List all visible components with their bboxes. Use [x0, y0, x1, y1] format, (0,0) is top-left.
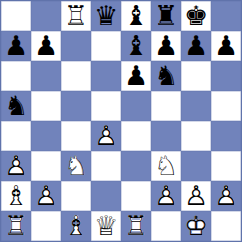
square-c3[interactable]: ♞♘: [61, 151, 91, 181]
square-c4[interactable]: [61, 121, 91, 151]
black-bishop[interactable]: ♝: [121, 31, 151, 61]
square-e4[interactable]: [121, 121, 151, 151]
square-d8[interactable]: ♛: [91, 1, 121, 31]
square-g7[interactable]: ♟: [181, 31, 211, 61]
square-d1[interactable]: ♛♕: [91, 211, 121, 241]
square-h8[interactable]: [211, 1, 241, 31]
square-f4[interactable]: [151, 121, 181, 151]
black-knight[interactable]: ♞: [151, 61, 181, 91]
square-c7[interactable]: [61, 31, 91, 61]
chess-board: ♜♖♛♝♜♚♟♟♝♟♟♟♟♞♞♟♙♟♙♞♘♞♘♝♗♟♙♟♙♟♙♟♙♜♖♝♗♛♕♜…: [0, 0, 242, 242]
white-bishop[interactable]: ♝♗: [61, 211, 91, 241]
square-e1[interactable]: ♜♖: [121, 211, 151, 241]
black-knight-glyph: ♞: [1, 91, 31, 120]
square-b5[interactable]: [31, 91, 61, 121]
white-rook-outline: ♖: [61, 1, 91, 30]
white-bishop-outline: ♗: [61, 211, 91, 240]
white-queen-outline: ♕: [91, 211, 121, 240]
square-a7[interactable]: ♟: [1, 31, 31, 61]
black-pawn[interactable]: ♟: [211, 31, 241, 61]
white-knight[interactable]: ♞♘: [151, 151, 181, 181]
square-f7[interactable]: ♟: [151, 31, 181, 61]
square-c6[interactable]: [61, 61, 91, 91]
white-rook[interactable]: ♜♖: [61, 1, 91, 31]
white-knight[interactable]: ♞♘: [61, 151, 91, 181]
black-pawn-glyph: ♟: [31, 31, 61, 60]
square-c5[interactable]: [61, 91, 91, 121]
square-e2[interactable]: [121, 181, 151, 211]
square-e5[interactable]: [121, 91, 151, 121]
white-pawn-outline: ♙: [151, 181, 181, 210]
square-b2[interactable]: ♟♙: [31, 181, 61, 211]
white-knight-outline: ♘: [61, 151, 91, 180]
square-a8[interactable]: [1, 1, 31, 31]
square-b1[interactable]: [31, 211, 61, 241]
square-a6[interactable]: [1, 61, 31, 91]
square-h4[interactable]: [211, 121, 241, 151]
square-a2[interactable]: ♝♗: [1, 181, 31, 211]
square-d3[interactable]: [91, 151, 121, 181]
square-h2[interactable]: ♟♙: [211, 181, 241, 211]
square-h3[interactable]: [211, 151, 241, 181]
square-h5[interactable]: [211, 91, 241, 121]
white-pawn-outline: ♙: [91, 121, 121, 150]
white-rook-outline: ♖: [1, 211, 31, 240]
square-h6[interactable]: [211, 61, 241, 91]
square-g5[interactable]: [181, 91, 211, 121]
white-pawn[interactable]: ♟♙: [211, 181, 241, 211]
square-h7[interactable]: ♟: [211, 31, 241, 61]
white-pawn[interactable]: ♟♙: [151, 181, 181, 211]
black-king-glyph: ♚: [181, 1, 211, 30]
black-pawn-glyph: ♟: [151, 31, 181, 60]
square-f1[interactable]: [151, 211, 181, 241]
black-bishop-glyph: ♝: [121, 31, 151, 60]
square-g4[interactable]: [181, 121, 211, 151]
square-b3[interactable]: [31, 151, 61, 181]
black-pawn[interactable]: ♟: [181, 31, 211, 61]
square-c8[interactable]: ♜♖: [61, 1, 91, 31]
square-d7[interactable]: [91, 31, 121, 61]
square-g6[interactable]: [181, 61, 211, 91]
white-king-outline: ♔: [181, 211, 211, 240]
black-pawn-glyph: ♟: [121, 61, 151, 90]
square-g2[interactable]: ♟♙: [181, 181, 211, 211]
black-pawn[interactable]: ♟: [121, 61, 151, 91]
black-queen[interactable]: ♛: [91, 1, 121, 31]
square-g3[interactable]: [181, 151, 211, 181]
square-c1[interactable]: ♝♗: [61, 211, 91, 241]
black-knight-glyph: ♞: [151, 61, 181, 90]
white-pawn[interactable]: ♟♙: [1, 151, 31, 181]
black-pawn-glyph: ♟: [181, 31, 211, 60]
square-f8[interactable]: ♜: [151, 1, 181, 31]
square-e8[interactable]: ♝: [121, 1, 151, 31]
square-g8[interactable]: ♚: [181, 1, 211, 31]
white-bishop[interactable]: ♝♗: [1, 181, 31, 211]
black-knight[interactable]: ♞: [1, 91, 31, 121]
square-e7[interactable]: ♝: [121, 31, 151, 61]
black-pawn[interactable]: ♟: [151, 31, 181, 61]
white-queen[interactable]: ♛♕: [91, 211, 121, 241]
white-rook[interactable]: ♜♖: [121, 211, 151, 241]
square-a5[interactable]: ♞: [1, 91, 31, 121]
black-pawn[interactable]: ♟: [31, 31, 61, 61]
black-bishop-glyph: ♝: [121, 1, 151, 30]
black-pawn-glyph: ♟: [1, 31, 31, 60]
square-d2[interactable]: [91, 181, 121, 211]
square-f2[interactable]: ♟♙: [151, 181, 181, 211]
square-e6[interactable]: ♟: [121, 61, 151, 91]
white-pawn-outline: ♙: [31, 181, 61, 210]
square-b8[interactable]: [31, 1, 61, 31]
square-a3[interactable]: ♟♙: [1, 151, 31, 181]
square-b4[interactable]: [31, 121, 61, 151]
white-bishop-outline: ♗: [1, 181, 31, 210]
black-rook[interactable]: ♜: [151, 1, 181, 31]
black-queen-glyph: ♛: [91, 1, 121, 30]
square-f6[interactable]: ♞: [151, 61, 181, 91]
black-pawn-glyph: ♟: [211, 31, 241, 60]
square-d5[interactable]: [91, 91, 121, 121]
white-pawn[interactable]: ♟♙: [181, 181, 211, 211]
square-c2[interactable]: [61, 181, 91, 211]
square-d6[interactable]: [91, 61, 121, 91]
square-d4[interactable]: ♟♙: [91, 121, 121, 151]
white-rook-outline: ♖: [121, 211, 151, 240]
white-pawn-outline: ♙: [211, 181, 241, 210]
square-g1[interactable]: ♚♔: [181, 211, 211, 241]
white-king[interactable]: ♚♔: [181, 211, 211, 241]
square-b6[interactable]: [31, 61, 61, 91]
black-rook-glyph: ♜: [151, 1, 181, 30]
square-b7[interactable]: ♟: [31, 31, 61, 61]
square-e3[interactable]: [121, 151, 151, 181]
square-f3[interactable]: ♞♘: [151, 151, 181, 181]
square-a4[interactable]: [1, 121, 31, 151]
white-pawn-outline: ♙: [1, 151, 31, 180]
white-pawn-outline: ♙: [181, 181, 211, 210]
black-bishop[interactable]: ♝: [121, 1, 151, 31]
white-knight-outline: ♘: [151, 151, 181, 180]
square-a1[interactable]: ♜♖: [1, 211, 31, 241]
white-pawn[interactable]: ♟♙: [91, 121, 121, 151]
white-pawn[interactable]: ♟♙: [31, 181, 61, 211]
square-h1[interactable]: [211, 211, 241, 241]
square-f5[interactable]: [151, 91, 181, 121]
black-pawn[interactable]: ♟: [1, 31, 31, 61]
white-rook[interactable]: ♜♖: [1, 211, 31, 241]
black-king[interactable]: ♚: [181, 1, 211, 31]
